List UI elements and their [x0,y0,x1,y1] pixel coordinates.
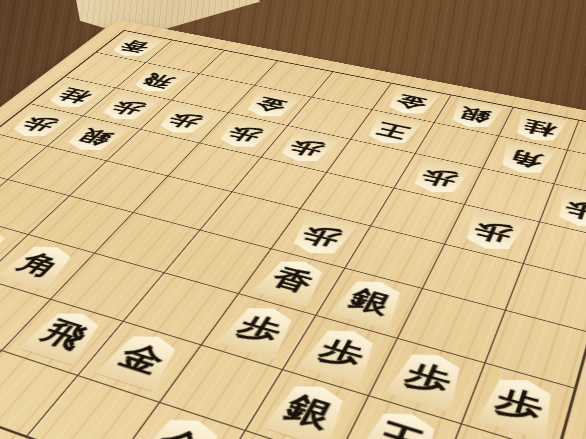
square-9-6[interactable] [0,165,8,217]
square-7-3[interactable]: 歩 [140,100,228,143]
square-9-4[interactable]: 歩 [0,103,83,146]
shogi-piece-gote-knight[interactable]: 桂 [41,80,107,111]
square-4-3[interactable] [327,140,416,189]
shogi-piece-gote-king[interactable]: 王 [362,114,424,148]
photo-scene: 香金銀桂飛金王角桂歩歩歩歩歩歩歩銀歩歩香銀歩角歩歩歩歩飛金銀玉桂金桂香 l4gs… [0,0,586,439]
square-3-6[interactable]: 銀 [316,269,423,340]
square-5-9[interactable] [27,376,160,439]
square-5-2[interactable] [288,98,372,140]
square-3-2[interactable] [415,123,499,169]
square-2-1[interactable]: 桂 [499,107,579,151]
square-1-3[interactable]: 歩 [540,184,586,240]
square-9-2[interactable] [63,52,146,88]
square-7-6[interactable] [28,196,133,254]
square-2-2[interactable]: 角 [483,136,567,184]
shogi-piece-gote-pawn[interactable]: 歩 [406,158,471,197]
shogi-piece-gote-rook[interactable]: 飛 [127,66,189,95]
square-8-1[interactable] [146,40,225,74]
square-4-1[interactable]: 金 [372,83,452,123]
shogi-piece-gote-pawn[interactable]: 歩 [274,130,340,166]
square-7-8[interactable] [0,278,51,350]
square-7-1[interactable] [199,50,278,86]
square-5-5[interactable] [201,192,301,249]
square-3-3[interactable]: 歩 [394,154,483,205]
square-2-3[interactable] [465,169,554,222]
shogi-piece-gote-pawn[interactable]: 歩 [95,92,161,124]
square-5-4[interactable] [233,158,327,209]
square-1-5[interactable] [505,264,586,334]
shogi-piece-sente-gold[interactable]: 金 [130,410,230,439]
shogi-piece-gote-pawn[interactable]: 歩 [284,214,358,261]
shogi-piece-gote-bishop[interactable]: 角 [495,141,556,178]
shogi-piece-sente-lance[interactable]: 香 [253,255,332,307]
square-3-1[interactable]: 銀 [434,95,514,137]
square-5-1[interactable] [312,71,392,110]
square-6-6[interactable] [95,213,201,274]
square-1-1[interactable] [567,120,586,165]
square-3-8[interactable]: 銀 [246,370,370,439]
square-4-5[interactable]: 歩 [271,209,371,269]
square-4-4[interactable] [300,173,394,227]
square-7-4[interactable] [107,129,200,176]
shogi-board-wrapper: 香金銀桂飛金王角桂歩歩歩歩歩歩歩銀歩歩香銀歩角歩歩歩歩飛金銀玉桂金桂香 [0,0,568,439]
square-6-8[interactable]: 飛 [2,299,124,376]
shogi-piece-sente-gold[interactable]: 金 [95,328,187,391]
shogi-piece-gote-silver[interactable]: 銀 [60,120,130,155]
square-6-9[interactable] [0,351,79,438]
square-2-4[interactable]: 歩 [445,205,539,264]
shogi-piece-sente-pawn[interactable]: 歩 [299,323,384,385]
square-3-9[interactable] [203,431,338,439]
shogi-piece-sente-pawn[interactable]: 歩 [0,222,15,270]
square-1-2[interactable] [554,150,586,200]
shogi-piece-gote-pawn[interactable]: 歩 [212,117,278,152]
square-8-5[interactable] [8,147,106,197]
square-9-3[interactable]: 桂 [29,77,116,116]
shogi-piece-sente-silver[interactable]: 銀 [262,377,354,439]
shogi-piece-gote-knight[interactable]: 桂 [510,111,568,145]
square-8-4[interactable]: 銀 [48,116,141,161]
shogi-piece-sente-bishop[interactable]: 角 [0,240,81,290]
shogi-piece-gote-silver[interactable]: 銀 [445,99,504,132]
square-4-8[interactable] [160,345,284,431]
square-8-7[interactable]: 歩 [0,217,28,278]
square-1-4[interactable] [524,222,586,284]
square-5-8[interactable]: 金 [79,322,202,403]
square-6-5[interactable] [133,176,232,230]
square-6-1[interactable] [255,60,334,97]
square-3-4[interactable] [371,188,465,244]
square-2-6[interactable] [398,289,505,364]
square-4-7[interactable]: 歩 [201,294,316,370]
shogi-piece-gote-pawn[interactable]: 歩 [458,210,527,256]
square-3-7[interactable]: 歩 [283,316,398,396]
shogi-piece-gote-gold[interactable]: 金 [382,87,441,118]
shogi-piece-gote-pawn[interactable]: 歩 [551,189,586,232]
shogi-piece-gote-gold[interactable]: 金 [240,89,302,121]
square-8-2[interactable]: 飛 [116,63,199,100]
square-5-6[interactable] [165,231,271,295]
shogi-piece-sente-rook[interactable]: 飛 [18,306,110,366]
square-4-6[interactable]: 香 [238,249,345,316]
shogi-piece-gote-pawn[interactable]: 歩 [152,104,218,137]
square-7-9[interactable] [0,327,2,409]
square-6-2[interactable]: 金 [228,86,312,127]
square-8-3[interactable]: 歩 [83,88,171,129]
square-6-7[interactable] [51,254,165,322]
square-4-9[interactable]: 金 [112,403,246,439]
square-5-7[interactable] [124,274,238,346]
square-4-2[interactable]: 王 [350,110,434,154]
shogi-piece-gote-pawn[interactable]: 歩 [4,107,73,141]
square-7-7[interactable]: 角 [0,235,95,299]
side-table-panel-top-left [60,0,260,42]
square-8-6[interactable] [0,180,69,235]
square-5-3[interactable]: 歩 [262,126,351,172]
shogi-piece-sente-silver[interactable]: 銀 [330,275,409,330]
square-7-5[interactable] [69,161,168,213]
shogi-piece-sente-pawn[interactable]: 歩 [217,301,302,360]
square-9-5[interactable] [0,133,48,180]
square-6-3[interactable]: 歩 [200,113,288,157]
square-3-5[interactable] [345,226,445,289]
square-6-4[interactable] [168,143,262,192]
square-7-2[interactable] [171,74,254,113]
side-table-panel-bottom-right [420,322,586,439]
square-2-5[interactable] [423,245,523,311]
